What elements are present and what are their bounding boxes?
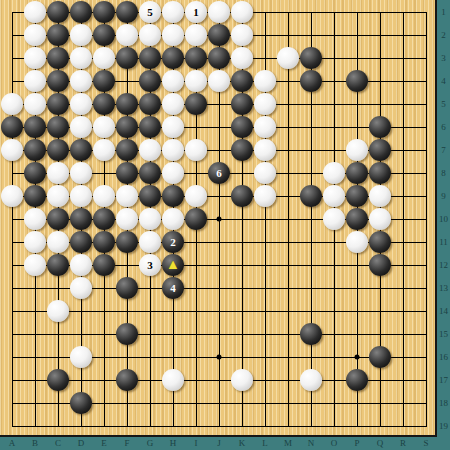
white-stone-B11[interactable] bbox=[24, 231, 46, 253]
row-label-1: 1 bbox=[437, 7, 450, 17]
white-stone-B4[interactable] bbox=[24, 70, 46, 92]
white-stone-J1[interactable] bbox=[208, 1, 230, 23]
black-stone-J8[interactable]: 6 bbox=[208, 162, 230, 184]
black-stone-E2[interactable] bbox=[93, 24, 115, 46]
black-stone-Q11[interactable] bbox=[369, 231, 391, 253]
white-stone-P11[interactable] bbox=[346, 231, 368, 253]
white-stone-D6[interactable] bbox=[70, 116, 92, 138]
black-stone-P4[interactable] bbox=[346, 70, 368, 92]
col-label-A: A bbox=[2, 438, 22, 448]
white-stone-B3[interactable] bbox=[24, 47, 46, 69]
white-stone-G12[interactable]: 3 bbox=[139, 254, 161, 276]
white-stone-H8[interactable] bbox=[162, 162, 184, 184]
white-stone-B10[interactable] bbox=[24, 208, 46, 230]
black-stone-H11[interactable]: 2 bbox=[162, 231, 184, 253]
col-label-F: F bbox=[117, 438, 137, 448]
white-stone-G11[interactable] bbox=[139, 231, 161, 253]
black-stone-F5[interactable] bbox=[116, 93, 138, 115]
black-stone-F17[interactable] bbox=[116, 369, 138, 391]
row-label-17: 17 bbox=[437, 375, 450, 385]
white-stone-Q9[interactable] bbox=[369, 185, 391, 207]
black-stone-C17[interactable] bbox=[47, 369, 69, 391]
white-stone-G7[interactable] bbox=[139, 139, 161, 161]
white-stone-L9[interactable] bbox=[254, 185, 276, 207]
black-stone-Q6[interactable] bbox=[369, 116, 391, 138]
col-label-P: P bbox=[347, 438, 367, 448]
black-stone-G6[interactable] bbox=[139, 116, 161, 138]
black-stone-E11[interactable] bbox=[93, 231, 115, 253]
move-number-label: 1 bbox=[193, 7, 199, 18]
black-stone-F3[interactable] bbox=[116, 47, 138, 69]
row-label-14: 14 bbox=[437, 306, 450, 316]
black-stone-H12[interactable]: ▲ bbox=[162, 254, 184, 276]
white-stone-B12[interactable] bbox=[24, 254, 46, 276]
black-stone-D11[interactable] bbox=[70, 231, 92, 253]
white-stone-F10[interactable] bbox=[116, 208, 138, 230]
col-label-R: R bbox=[393, 438, 413, 448]
white-stone-C14[interactable] bbox=[47, 300, 69, 322]
black-stone-N15[interactable] bbox=[300, 323, 322, 345]
white-stone-H10[interactable] bbox=[162, 208, 184, 230]
white-stone-I7[interactable] bbox=[185, 139, 207, 161]
move-number-label: 2 bbox=[170, 237, 176, 248]
white-stone-D12[interactable] bbox=[70, 254, 92, 276]
col-label-N: N bbox=[301, 438, 321, 448]
row-label-4: 4 bbox=[437, 76, 450, 86]
row-label-5: 5 bbox=[437, 99, 450, 109]
white-stone-E6[interactable] bbox=[93, 116, 115, 138]
white-stone-G10[interactable] bbox=[139, 208, 161, 230]
col-label-H: H bbox=[163, 438, 183, 448]
black-stone-A6[interactable] bbox=[1, 116, 23, 138]
white-stone-H5[interactable] bbox=[162, 93, 184, 115]
row-label-6: 6 bbox=[437, 122, 450, 132]
white-stone-C8[interactable] bbox=[47, 162, 69, 184]
white-stone-N17[interactable] bbox=[300, 369, 322, 391]
col-label-E: E bbox=[94, 438, 114, 448]
black-stone-C5[interactable] bbox=[47, 93, 69, 115]
black-stone-D7[interactable] bbox=[70, 139, 92, 161]
black-stone-G3[interactable] bbox=[139, 47, 161, 69]
triangle-marker: ▲ bbox=[166, 258, 180, 272]
white-stone-K1[interactable] bbox=[231, 1, 253, 23]
white-stone-I4[interactable] bbox=[185, 70, 207, 92]
black-stone-C1[interactable] bbox=[47, 1, 69, 23]
white-stone-D8[interactable] bbox=[70, 162, 92, 184]
white-stone-F2[interactable] bbox=[116, 24, 138, 46]
white-stone-I2[interactable] bbox=[185, 24, 207, 46]
black-stone-B9[interactable] bbox=[24, 185, 46, 207]
black-stone-G9[interactable] bbox=[139, 185, 161, 207]
white-stone-L5[interactable] bbox=[254, 93, 276, 115]
black-stone-C7[interactable] bbox=[47, 139, 69, 161]
black-stone-P10[interactable] bbox=[346, 208, 368, 230]
row-label-16: 16 bbox=[437, 352, 450, 362]
black-stone-H9[interactable] bbox=[162, 185, 184, 207]
col-label-S: S bbox=[416, 438, 436, 448]
row-label-3: 3 bbox=[437, 53, 450, 63]
black-stone-B8[interactable] bbox=[24, 162, 46, 184]
black-stone-B6[interactable] bbox=[24, 116, 46, 138]
white-stone-F9[interactable] bbox=[116, 185, 138, 207]
white-stone-A7[interactable] bbox=[1, 139, 23, 161]
white-stone-G1[interactable]: 5 bbox=[139, 1, 161, 23]
move-number-label: 3 bbox=[147, 260, 153, 271]
black-stone-F8[interactable] bbox=[116, 162, 138, 184]
white-stone-H17[interactable] bbox=[162, 369, 184, 391]
black-stone-C6[interactable] bbox=[47, 116, 69, 138]
black-stone-Q8[interactable] bbox=[369, 162, 391, 184]
hoshi-point bbox=[355, 355, 360, 360]
col-label-J: J bbox=[209, 438, 229, 448]
white-stone-A9[interactable] bbox=[1, 185, 23, 207]
black-stone-N9[interactable] bbox=[300, 185, 322, 207]
white-stone-L6[interactable] bbox=[254, 116, 276, 138]
white-stone-J4[interactable] bbox=[208, 70, 230, 92]
white-stone-H7[interactable] bbox=[162, 139, 184, 161]
black-stone-B7[interactable] bbox=[24, 139, 46, 161]
white-stone-L8[interactable] bbox=[254, 162, 276, 184]
black-stone-P9[interactable] bbox=[346, 185, 368, 207]
row-label-8: 8 bbox=[437, 168, 450, 178]
white-stone-O8[interactable] bbox=[323, 162, 345, 184]
col-label-Q: Q bbox=[370, 438, 390, 448]
row-label-9: 9 bbox=[437, 191, 450, 201]
black-stone-Q12[interactable] bbox=[369, 254, 391, 276]
col-label-B: B bbox=[25, 438, 45, 448]
black-stone-K9[interactable] bbox=[231, 185, 253, 207]
black-stone-H3[interactable] bbox=[162, 47, 184, 69]
black-stone-F6[interactable] bbox=[116, 116, 138, 138]
black-stone-G5[interactable] bbox=[139, 93, 161, 115]
white-stone-D9[interactable] bbox=[70, 185, 92, 207]
white-stone-E3[interactable] bbox=[93, 47, 115, 69]
black-stone-G8[interactable] bbox=[139, 162, 161, 184]
white-stone-C9[interactable] bbox=[47, 185, 69, 207]
col-label-D: D bbox=[71, 438, 91, 448]
black-stone-K7[interactable] bbox=[231, 139, 253, 161]
row-label-7: 7 bbox=[437, 145, 450, 155]
black-stone-N3[interactable] bbox=[300, 47, 322, 69]
white-stone-K2[interactable] bbox=[231, 24, 253, 46]
black-stone-K6[interactable] bbox=[231, 116, 253, 138]
black-stone-Q16[interactable] bbox=[369, 346, 391, 368]
black-stone-J2[interactable] bbox=[208, 24, 230, 46]
hoshi-point bbox=[217, 355, 222, 360]
black-stone-D1[interactable] bbox=[70, 1, 92, 23]
white-stone-C11[interactable] bbox=[47, 231, 69, 253]
white-stone-L4[interactable] bbox=[254, 70, 276, 92]
row-label-18: 18 bbox=[437, 398, 450, 408]
black-stone-F13[interactable] bbox=[116, 277, 138, 299]
black-stone-P8[interactable] bbox=[346, 162, 368, 184]
black-stone-E4[interactable] bbox=[93, 70, 115, 92]
white-stone-O9[interactable] bbox=[323, 185, 345, 207]
white-stone-B5[interactable] bbox=[24, 93, 46, 115]
hoshi-point bbox=[217, 217, 222, 222]
black-stone-K4[interactable] bbox=[231, 70, 253, 92]
row-label-11: 11 bbox=[437, 237, 450, 247]
move-number-label: 4 bbox=[170, 283, 176, 294]
white-stone-H6[interactable] bbox=[162, 116, 184, 138]
white-stone-H2[interactable] bbox=[162, 24, 184, 46]
white-stone-E9[interactable] bbox=[93, 185, 115, 207]
go-board[interactable]: 51623▲4 bbox=[0, 0, 437, 437]
black-stone-C3[interactable] bbox=[47, 47, 69, 69]
black-stone-K5[interactable] bbox=[231, 93, 253, 115]
move-number-label: 5 bbox=[147, 7, 153, 18]
goban-screenshot: 51623▲4 ABCDEFGHIJKLMNOPQRS 123456789101… bbox=[0, 0, 450, 450]
col-label-I: I bbox=[186, 438, 206, 448]
black-stone-C2[interactable] bbox=[47, 24, 69, 46]
white-stone-H1[interactable] bbox=[162, 1, 184, 23]
row-label-19: 19 bbox=[437, 421, 450, 431]
black-stone-D18[interactable] bbox=[70, 392, 92, 414]
black-stone-C10[interactable] bbox=[47, 208, 69, 230]
row-label-2: 2 bbox=[437, 30, 450, 40]
black-stone-J3[interactable] bbox=[208, 47, 230, 69]
white-stone-H4[interactable] bbox=[162, 70, 184, 92]
white-stone-Q10[interactable] bbox=[369, 208, 391, 230]
col-label-K: K bbox=[232, 438, 252, 448]
black-stone-E12[interactable] bbox=[93, 254, 115, 276]
white-stone-M3[interactable] bbox=[277, 47, 299, 69]
black-stone-F1[interactable] bbox=[116, 1, 138, 23]
white-stone-E7[interactable] bbox=[93, 139, 115, 161]
black-stone-F7[interactable] bbox=[116, 139, 138, 161]
black-stone-C4[interactable] bbox=[47, 70, 69, 92]
black-stone-E1[interactable] bbox=[93, 1, 115, 23]
white-stone-L7[interactable] bbox=[254, 139, 276, 161]
black-stone-I10[interactable] bbox=[185, 208, 207, 230]
black-stone-D10[interactable] bbox=[70, 208, 92, 230]
black-stone-F11[interactable] bbox=[116, 231, 138, 253]
black-stone-H13[interactable]: 4 bbox=[162, 277, 184, 299]
white-stone-B1[interactable] bbox=[24, 1, 46, 23]
white-stone-O10[interactable] bbox=[323, 208, 345, 230]
black-stone-C12[interactable] bbox=[47, 254, 69, 276]
white-stone-D4[interactable] bbox=[70, 70, 92, 92]
col-label-L: L bbox=[255, 438, 275, 448]
white-stone-D5[interactable] bbox=[70, 93, 92, 115]
black-stone-E10[interactable] bbox=[93, 208, 115, 230]
white-stone-K3[interactable] bbox=[231, 47, 253, 69]
col-label-C: C bbox=[48, 438, 68, 448]
col-label-O: O bbox=[324, 438, 344, 448]
black-stone-P17[interactable] bbox=[346, 369, 368, 391]
row-label-12: 12 bbox=[437, 260, 450, 270]
black-stone-Q7[interactable] bbox=[369, 139, 391, 161]
col-label-G: G bbox=[140, 438, 160, 448]
black-stone-G4[interactable] bbox=[139, 70, 161, 92]
black-stone-I5[interactable] bbox=[185, 93, 207, 115]
white-stone-A5[interactable] bbox=[1, 93, 23, 115]
col-label-M: M bbox=[278, 438, 298, 448]
black-stone-F15[interactable] bbox=[116, 323, 138, 345]
white-stone-P7[interactable] bbox=[346, 139, 368, 161]
row-label-13: 13 bbox=[437, 283, 450, 293]
white-stone-D16[interactable] bbox=[70, 346, 92, 368]
row-label-15: 15 bbox=[437, 329, 450, 339]
black-stone-I3[interactable] bbox=[185, 47, 207, 69]
black-stone-E5[interactable] bbox=[93, 93, 115, 115]
white-stone-D13[interactable] bbox=[70, 277, 92, 299]
black-stone-N4[interactable] bbox=[300, 70, 322, 92]
white-stone-D2[interactable] bbox=[70, 24, 92, 46]
white-stone-K17[interactable] bbox=[231, 369, 253, 391]
white-stone-I9[interactable] bbox=[185, 185, 207, 207]
white-stone-D3[interactable] bbox=[70, 47, 92, 69]
move-number-label: 6 bbox=[216, 168, 222, 179]
white-stone-G2[interactable] bbox=[139, 24, 161, 46]
white-stone-B2[interactable] bbox=[24, 24, 46, 46]
row-label-10: 10 bbox=[437, 214, 450, 224]
white-stone-I1[interactable]: 1 bbox=[185, 1, 207, 23]
